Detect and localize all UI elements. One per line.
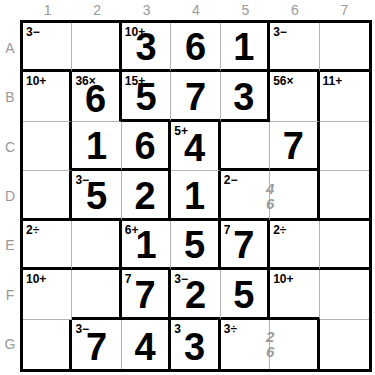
cell-value-F5: 5 xyxy=(221,274,267,316)
cell-value-F4: 2 xyxy=(171,274,219,316)
cage-clue-A1: 3− xyxy=(26,25,40,39)
cage-clue-B6: 56× xyxy=(273,74,293,88)
row-label-A: A xyxy=(0,23,20,72)
cell-F3[interactable]: 77 xyxy=(122,270,171,319)
column-label-5: 5 xyxy=(221,0,270,20)
cell-D5[interactable]: 2− xyxy=(221,171,270,220)
cell-value-E4: 5 xyxy=(171,224,217,266)
cage-clue-D5: 2− xyxy=(224,173,238,187)
cell-value-B4: 7 xyxy=(171,76,219,118)
cell-B3[interactable]: 15+5 xyxy=(122,72,171,121)
cell-F6[interactable]: 10+ xyxy=(270,270,319,319)
cell-value-D3: 2 xyxy=(122,175,168,217)
cell-value-E3: 1 xyxy=(122,224,170,266)
cage-clue-A6: 3− xyxy=(273,25,287,39)
cage-clue-E1: 2÷ xyxy=(26,223,39,237)
column-label-6: 6 xyxy=(270,0,319,20)
cell-G2[interactable]: 3−7 xyxy=(72,320,121,369)
row-label-B: B xyxy=(0,72,20,121)
cell-value-C4: 4 xyxy=(171,127,217,169)
cell-E4[interactable]: 5 xyxy=(171,221,220,270)
cell-C1[interactable] xyxy=(23,122,72,171)
cage-clue-F1: 10+ xyxy=(26,272,46,286)
cell-F5[interactable]: 5 xyxy=(221,270,270,319)
cell-A5[interactable]: 1 xyxy=(221,23,270,72)
cell-value-C3: 6 xyxy=(122,125,168,167)
kenken-board: 3−10+3613−10+36×615+57356×11+165+473−521… xyxy=(20,20,372,372)
cell-E1[interactable]: 2÷ xyxy=(23,221,72,270)
cell-D4[interactable]: 1 xyxy=(171,171,220,220)
cell-B6[interactable]: 56× xyxy=(270,72,319,121)
cell-D6[interactable] xyxy=(270,171,319,220)
cell-D3[interactable]: 2 xyxy=(122,171,171,220)
cell-F4[interactable]: 3−2 xyxy=(171,270,220,319)
column-labels: 1234567 xyxy=(23,0,369,20)
cell-B7[interactable]: 11+ xyxy=(320,72,369,121)
column-label-1: 1 xyxy=(23,0,72,20)
cell-G5[interactable]: 3÷ xyxy=(221,320,270,369)
cell-F7[interactable] xyxy=(320,270,369,319)
cell-B4[interactable]: 7 xyxy=(171,72,220,121)
cell-E3[interactable]: 6+1 xyxy=(122,221,171,270)
cell-A4[interactable]: 6 xyxy=(171,23,220,72)
column-label-2: 2 xyxy=(72,0,121,20)
cell-G3[interactable]: 4 xyxy=(122,320,171,369)
row-label-C: C xyxy=(0,122,20,171)
cage-clue-B1: 10+ xyxy=(26,74,46,88)
cell-D7[interactable] xyxy=(320,171,369,220)
cell-value-B5: 3 xyxy=(221,76,267,118)
cell-C4[interactable]: 5+4 xyxy=(171,122,220,171)
cell-E5[interactable]: 77 xyxy=(221,221,270,270)
cell-C7[interactable] xyxy=(320,122,369,171)
cell-value-G4: 3 xyxy=(171,326,217,368)
cell-B5[interactable]: 3 xyxy=(221,72,270,121)
cell-value-G3: 4 xyxy=(122,326,168,368)
cell-C5[interactable] xyxy=(221,122,270,171)
cell-value-C6: 7 xyxy=(270,125,316,167)
cage-clue-F6: 10+ xyxy=(273,272,293,286)
cell-G7[interactable] xyxy=(320,320,369,369)
cell-value-C2: 1 xyxy=(72,125,120,167)
row-label-E: E xyxy=(0,221,20,270)
cell-B2[interactable]: 36×6 xyxy=(72,72,121,121)
cell-value-A5: 1 xyxy=(221,26,267,68)
cell-B1[interactable]: 10+ xyxy=(23,72,72,121)
cell-E2[interactable] xyxy=(72,221,121,270)
cell-A3[interactable]: 10+3 xyxy=(122,23,171,72)
cell-F1[interactable]: 10+ xyxy=(23,270,72,319)
row-label-F: F xyxy=(0,270,20,319)
cage-clue-E6: 2÷ xyxy=(273,223,286,237)
cage-clue-B7: 11+ xyxy=(323,74,343,88)
cell-value-A4: 6 xyxy=(171,26,219,68)
cell-C6[interactable]: 7 xyxy=(270,122,319,171)
cell-F2[interactable] xyxy=(72,270,121,319)
row-label-G: G xyxy=(0,320,20,369)
cell-value-F3: 7 xyxy=(122,274,168,316)
cell-A2[interactable] xyxy=(72,23,121,72)
cell-value-D2: 5 xyxy=(72,175,120,217)
cell-value-E5: 7 xyxy=(221,224,267,266)
cell-A1[interactable]: 3− xyxy=(23,23,72,72)
cell-C3[interactable]: 6 xyxy=(122,122,171,171)
cell-D2[interactable]: 3−5 xyxy=(72,171,121,220)
cell-G6[interactable] xyxy=(270,320,319,369)
cell-G4[interactable]: 33 xyxy=(171,320,220,369)
cell-E6[interactable]: 2÷ xyxy=(270,221,319,270)
cell-value-A3: 3 xyxy=(122,26,170,68)
row-label-D: D xyxy=(0,171,20,220)
column-label-4: 4 xyxy=(171,0,220,20)
row-labels: ABCDEFG xyxy=(0,23,20,369)
cell-A6[interactable]: 3− xyxy=(270,23,319,72)
cell-G1[interactable] xyxy=(23,320,72,369)
column-label-3: 3 xyxy=(122,0,171,20)
cell-value-B2: 6 xyxy=(72,78,118,120)
kenken-puzzle: 1234567 ABCDEFG 3−10+3613−10+36×615+5735… xyxy=(0,0,375,375)
cell-value-D4: 1 xyxy=(171,175,217,217)
cage-clue-G5: 3÷ xyxy=(224,322,237,336)
cell-A7[interactable] xyxy=(320,23,369,72)
cell-C2[interactable]: 1 xyxy=(72,122,121,171)
cell-D1[interactable] xyxy=(23,171,72,220)
column-label-7: 7 xyxy=(320,0,369,20)
cell-value-B3: 5 xyxy=(122,76,170,118)
cell-value-G2: 7 xyxy=(72,326,120,368)
cell-E7[interactable] xyxy=(320,221,369,270)
